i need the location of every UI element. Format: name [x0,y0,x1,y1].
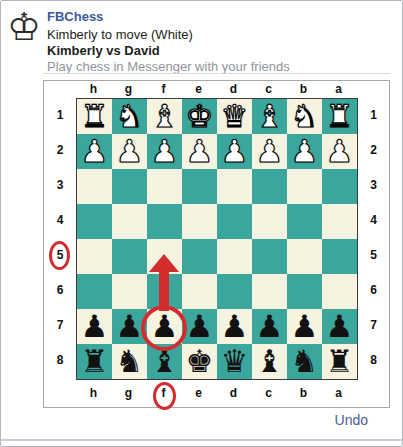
square-d5 [217,239,252,274]
file-labels-top: hgfedcba [44,81,389,98]
white-pawn: ♟ [186,134,214,169]
square-h6 [77,274,112,309]
square-e4 [182,204,217,239]
board-grid-frame: ♜♞♝♚♛♝♞♜♟♟♟♟♟♟♟♟♟♟♟♟♟♟♟♟♜♞♝♚♛♝♞♜ [76,98,358,380]
square-f5 [147,239,182,274]
black-pawn: ♟ [291,309,319,344]
black-bishop: ♝ [151,344,179,379]
white-pawn: ♟ [221,134,249,169]
rank-label-3: 3 [358,168,389,203]
rank-label-4: 4 [358,203,389,238]
square-a1: ♜ [322,99,357,134]
square-a8: ♜ [322,344,357,379]
turn-status-text: Kimberly to move (White) [47,27,193,42]
white-king: ♚ [186,99,214,134]
square-b3 [287,169,322,204]
square-f7: ♟ [147,309,182,344]
square-d3 [217,169,252,204]
square-g1: ♞ [112,99,147,134]
square-d7: ♟ [217,309,252,344]
file-label-a: a [321,81,356,98]
white-queen: ♛ [221,99,249,134]
black-pawn: ♟ [81,309,109,344]
file-label-g: g [111,380,146,405]
file-label-c: c [251,81,286,98]
app-title[interactable]: FBChess [47,9,103,24]
black-pawn: ♟ [256,309,284,344]
black-pawn: ♟ [151,309,179,344]
square-f2: ♟ [147,134,182,169]
square-h8: ♜ [77,344,112,379]
square-a4 [322,204,357,239]
square-c2: ♟ [252,134,287,169]
square-c1: ♝ [252,99,287,134]
square-c5 [252,239,287,274]
black-rook: ♜ [81,344,109,379]
white-pawn: ♟ [81,134,109,169]
square-h4 [77,204,112,239]
players-text: Kimberly vs David [47,43,160,58]
square-b4 [287,204,322,239]
file-label-d: d [216,380,251,405]
white-rook: ♜ [81,99,109,134]
tagline-text: Play chess in Messenger with your friend… [47,59,290,74]
file-label-e: e [181,81,216,98]
square-a6 [322,274,357,309]
square-h5 [77,239,112,274]
white-pawn: ♟ [151,134,179,169]
black-knight: ♞ [291,344,319,379]
black-knight: ♞ [116,344,144,379]
rank-label-3: 3 [44,168,76,203]
rank-label-1: 1 [358,98,389,133]
square-a5 [322,239,357,274]
rank-label-8: 8 [358,343,389,378]
square-b6 [287,274,322,309]
black-bishop: ♝ [256,344,284,379]
square-g7: ♟ [112,309,147,344]
square-d8: ♛ [217,344,252,379]
square-b7: ♟ [287,309,322,344]
white-pawn: ♟ [256,134,284,169]
message-bottom-divider [1,439,402,441]
rank-label-8: 8 [44,343,76,378]
black-king: ♚ [186,344,214,379]
rank-label-6: 6 [44,273,76,308]
file-label-h: h [76,81,111,98]
square-e3 [182,169,217,204]
rank-label-5: 5 [44,238,76,273]
square-c4 [252,204,287,239]
square-g6 [112,274,147,309]
square-c8: ♝ [252,344,287,379]
file-label-d: d [216,81,251,98]
square-e2: ♟ [182,134,217,169]
square-g5 [112,239,147,274]
black-pawn: ♟ [326,309,354,344]
square-c6 [252,274,287,309]
rank-label-7: 7 [44,308,76,343]
square-g3 [112,169,147,204]
white-bishop: ♝ [151,99,179,134]
white-bishop: ♝ [256,99,284,134]
square-e6 [182,274,217,309]
square-f3 [147,169,182,204]
square-h3 [77,169,112,204]
rank-label-7: 7 [358,308,389,343]
square-c7: ♟ [252,309,287,344]
square-h7: ♟ [77,309,112,344]
square-e8: ♚ [182,344,217,379]
square-a7: ♟ [322,309,357,344]
file-label-h: h [76,380,111,405]
fbchess-message-card: ♔ FBChess Kimberly to move (White) Kimbe… [0,0,403,447]
white-king-icon: ♔ [7,5,41,49]
square-f1: ♝ [147,99,182,134]
black-pawn: ♟ [221,309,249,344]
square-d2: ♟ [217,134,252,169]
square-h2: ♟ [77,134,112,169]
header-divider [43,73,390,74]
square-c3 [252,169,287,204]
square-a2: ♟ [322,134,357,169]
white-knight: ♞ [291,99,319,134]
file-label-f: f [146,81,181,98]
black-pawn: ♟ [186,309,214,344]
black-pawn: ♟ [116,309,144,344]
square-d6 [217,274,252,309]
white-pawn: ♟ [116,134,144,169]
rank-label-2: 2 [44,133,76,168]
square-f6 [147,274,182,309]
square-g2: ♟ [112,134,147,169]
file-label-g: g [111,81,146,98]
rank-label-5: 5 [358,238,389,273]
file-labels-bottom: hgfedcba [44,380,389,405]
white-knight: ♞ [116,99,144,134]
rank-label-4: 4 [44,203,76,238]
white-pawn: ♟ [326,134,354,169]
square-a3 [322,169,357,204]
square-g4 [112,204,147,239]
file-label-b: b [286,380,321,405]
rank-labels-left: 12345678 [44,98,76,380]
square-d4 [217,204,252,239]
rank-label-1: 1 [44,98,76,133]
square-h1: ♜ [77,99,112,134]
square-e5 [182,239,217,274]
black-queen: ♛ [221,344,249,379]
white-rook: ♜ [326,99,354,134]
undo-link[interactable]: Undo [335,412,368,428]
black-rook: ♜ [326,344,354,379]
chess-board: hgfedcba 12345678 ♜♞♝♚♛♝♞♜♟♟♟♟♟♟♟♟♟♟♟♟♟♟… [43,80,390,408]
square-b8: ♞ [287,344,322,379]
board-grid: ♜♞♝♚♛♝♞♜♟♟♟♟♟♟♟♟♟♟♟♟♟♟♟♟♜♞♝♚♛♝♞♜ [77,99,357,379]
square-b5 [287,239,322,274]
file-label-a: a [321,380,356,405]
file-label-b: b [286,81,321,98]
rank-label-6: 6 [358,273,389,308]
rank-label-2: 2 [358,133,389,168]
square-b1: ♞ [287,99,322,134]
rank-labels-right: 12345678 [358,98,389,380]
square-g8: ♞ [112,344,147,379]
file-label-f: f [146,380,181,405]
square-f4 [147,204,182,239]
file-label-c: c [251,380,286,405]
square-f8: ♝ [147,344,182,379]
square-e1: ♚ [182,99,217,134]
file-label-e: e [181,380,216,405]
square-d1: ♛ [217,99,252,134]
square-b2: ♟ [287,134,322,169]
white-pawn: ♟ [291,134,319,169]
square-e7: ♟ [182,309,217,344]
